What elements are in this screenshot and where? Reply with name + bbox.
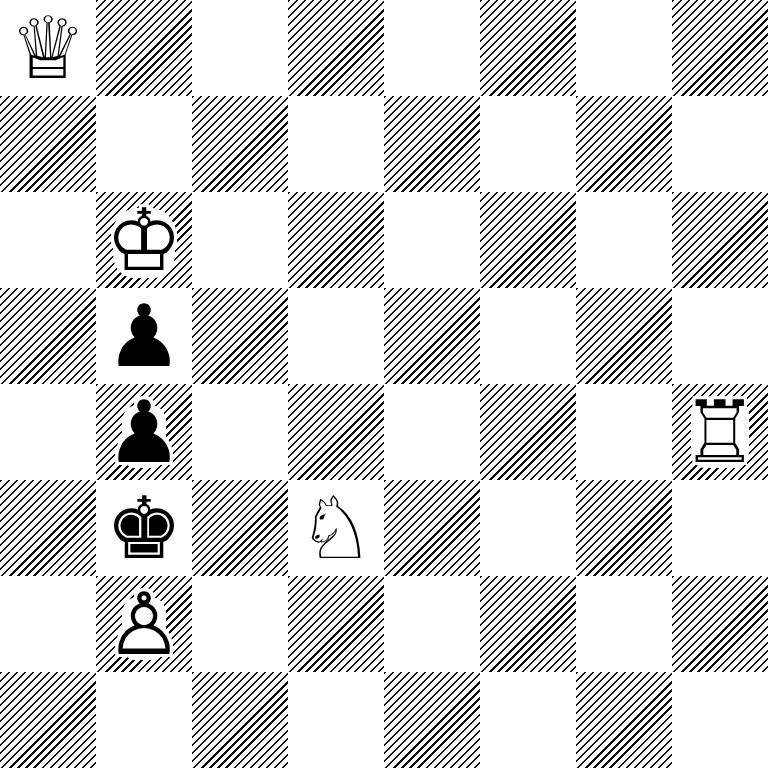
white-king-b6[interactable]: ♔ — [105, 197, 182, 283]
square-d8[interactable] — [288, 0, 384, 96]
square-c5[interactable] — [192, 288, 288, 384]
square-g5[interactable] — [576, 288, 672, 384]
square-a2[interactable] — [0, 576, 96, 672]
square-a1[interactable] — [0, 672, 96, 768]
square-c7[interactable] — [192, 96, 288, 192]
square-b7[interactable] — [96, 96, 192, 192]
square-g4[interactable] — [576, 384, 672, 480]
square-b4[interactable]: ♟ — [96, 384, 192, 480]
square-g6[interactable] — [576, 192, 672, 288]
black-pawn-b4[interactable]: ♟ — [105, 389, 182, 475]
white-knight-d3[interactable]: ♘ — [297, 485, 374, 571]
square-c6[interactable] — [192, 192, 288, 288]
square-g3[interactable] — [576, 480, 672, 576]
square-f6[interactable] — [480, 192, 576, 288]
square-e6[interactable] — [384, 192, 480, 288]
square-d3[interactable]: ♘ — [288, 480, 384, 576]
square-d5[interactable] — [288, 288, 384, 384]
square-e7[interactable] — [384, 96, 480, 192]
square-g8[interactable] — [576, 0, 672, 96]
square-a3[interactable] — [0, 480, 96, 576]
white-pawn-b2[interactable]: ♙ — [105, 581, 182, 667]
square-f8[interactable] — [480, 0, 576, 96]
square-e5[interactable] — [384, 288, 480, 384]
square-f4[interactable] — [480, 384, 576, 480]
black-pawn-b5[interactable]: ♟ — [105, 293, 182, 379]
square-f2[interactable] — [480, 576, 576, 672]
square-h1[interactable] — [672, 672, 768, 768]
square-d2[interactable] — [288, 576, 384, 672]
square-e8[interactable] — [384, 0, 480, 96]
square-a8[interactable]: ♕ — [0, 0, 96, 96]
square-h4[interactable]: ♖ — [672, 384, 768, 480]
square-b2[interactable]: ♙ — [96, 576, 192, 672]
square-c3[interactable] — [192, 480, 288, 576]
square-b8[interactable] — [96, 0, 192, 96]
square-b1[interactable] — [96, 672, 192, 768]
square-d4[interactable] — [288, 384, 384, 480]
square-a5[interactable] — [0, 288, 96, 384]
square-h2[interactable] — [672, 576, 768, 672]
square-g2[interactable] — [576, 576, 672, 672]
square-a4[interactable] — [0, 384, 96, 480]
chess-board: ♕♔♟♟♖♚♘♙ — [0, 0, 768, 768]
square-h6[interactable] — [672, 192, 768, 288]
square-g1[interactable] — [576, 672, 672, 768]
square-f3[interactable] — [480, 480, 576, 576]
square-a7[interactable] — [0, 96, 96, 192]
square-e4[interactable] — [384, 384, 480, 480]
square-f5[interactable] — [480, 288, 576, 384]
square-b5[interactable]: ♟ — [96, 288, 192, 384]
square-d1[interactable] — [288, 672, 384, 768]
white-queen-a8[interactable]: ♕ — [9, 5, 86, 91]
square-b6[interactable]: ♔ — [96, 192, 192, 288]
square-b3[interactable]: ♚ — [96, 480, 192, 576]
square-h8[interactable] — [672, 0, 768, 96]
square-f7[interactable] — [480, 96, 576, 192]
square-h3[interactable] — [672, 480, 768, 576]
square-a6[interactable] — [0, 192, 96, 288]
square-d7[interactable] — [288, 96, 384, 192]
square-d6[interactable] — [288, 192, 384, 288]
square-e1[interactable] — [384, 672, 480, 768]
square-g7[interactable] — [576, 96, 672, 192]
square-c2[interactable] — [192, 576, 288, 672]
square-f1[interactable] — [480, 672, 576, 768]
white-rook-h4[interactable]: ♖ — [681, 389, 758, 475]
square-e2[interactable] — [384, 576, 480, 672]
black-king-b3[interactable]: ♚ — [105, 485, 182, 571]
square-h7[interactable] — [672, 96, 768, 192]
square-h5[interactable] — [672, 288, 768, 384]
square-e3[interactable] — [384, 480, 480, 576]
square-c1[interactable] — [192, 672, 288, 768]
square-c8[interactable] — [192, 0, 288, 96]
square-c4[interactable] — [192, 384, 288, 480]
